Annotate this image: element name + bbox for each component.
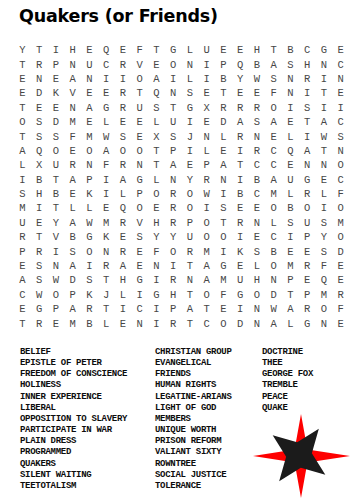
grid-cell: I: [148, 273, 165, 287]
grid-cell: E: [249, 201, 266, 215]
grid-cell: T: [131, 86, 148, 100]
word-list-item: PRISON REFORM: [155, 436, 232, 447]
grid-cell: P: [215, 57, 232, 71]
grid-cell: O: [316, 302, 333, 316]
grid-cell: U: [14, 216, 31, 230]
grid-cell: W: [265, 302, 282, 316]
grid-cell: A: [282, 302, 299, 316]
grid-cell: O: [131, 201, 148, 215]
grid-cell: L: [182, 72, 199, 86]
grid-cell: O: [48, 288, 65, 302]
grid-cell: I: [131, 288, 148, 302]
grid-cell: R: [64, 158, 81, 172]
grid-cell: A: [14, 144, 31, 158]
grid-cell: O: [265, 101, 282, 115]
grid-cell: E: [282, 115, 299, 129]
grid-cell: I: [299, 129, 316, 143]
grid-cell: S: [48, 129, 65, 143]
grid-cell: T: [282, 288, 299, 302]
quaker-star-icon: [251, 412, 352, 499]
grid-cell: C: [265, 144, 282, 158]
grid-cell: H: [299, 57, 316, 71]
grid-cell: E: [198, 115, 215, 129]
grid-cell: R: [232, 101, 249, 115]
grid-cell: S: [265, 72, 282, 86]
grid-cell: E: [332, 43, 349, 57]
grid-cell: E: [98, 201, 115, 215]
grid-cell: I: [14, 173, 31, 187]
grid-cell: S: [14, 187, 31, 201]
grid-cell: H: [165, 288, 182, 302]
grid-cell: T: [198, 302, 215, 316]
grid-cell: N: [316, 158, 333, 172]
grid-cell: I: [332, 101, 349, 115]
word-search-grid: YTIHEQEFTGLUEEHTBCGETRPNUCRVEONIPQBASHNC…: [14, 43, 349, 331]
grid-cell: N: [249, 129, 266, 143]
grid-cell: S: [64, 244, 81, 258]
grid-cell: N: [332, 144, 349, 158]
grid-cell: G: [165, 43, 182, 57]
grid-cell: B: [282, 43, 299, 57]
grid-cell: G: [182, 101, 199, 115]
grid-cell: R: [332, 288, 349, 302]
grid-cell: W: [249, 72, 266, 86]
grid-cell: T: [98, 273, 115, 287]
grid-cell: V: [131, 57, 148, 71]
word-list-item: TOLERANCE: [155, 481, 232, 492]
grid-cell: G: [81, 230, 98, 244]
grid-cell: R: [115, 244, 132, 258]
grid-cell: E: [215, 302, 232, 316]
grid-cell: M: [215, 273, 232, 287]
grid-cell: K: [81, 187, 98, 201]
grid-cell: C: [14, 288, 31, 302]
grid-cell: E: [14, 259, 31, 273]
grid-cell: N: [182, 273, 199, 287]
grid-cell: T: [148, 158, 165, 172]
grid-cell: B: [64, 230, 81, 244]
word-list-item: CHRISTIAN GROUP: [155, 347, 232, 358]
grid-cell: R: [115, 86, 132, 100]
grid-cell: N: [299, 158, 316, 172]
grid-cell: A: [64, 173, 81, 187]
grid-cell: R: [115, 216, 132, 230]
word-list-column-3: DOCTRINETHEEGEORGE FOXTREMBLEPEACEQUAKE: [262, 347, 313, 414]
grid-cell: S: [148, 101, 165, 115]
grid-cell: E: [332, 86, 349, 100]
grid-cell: E: [81, 115, 98, 129]
grid-cell: I: [48, 244, 65, 258]
grid-cell: D: [232, 316, 249, 330]
grid-cell: N: [31, 72, 48, 86]
grid-cell: I: [232, 173, 249, 187]
grid-cell: I: [165, 259, 182, 273]
grid-cell: L: [64, 201, 81, 215]
grid-cell: F: [148, 244, 165, 258]
grid-cell: C: [265, 158, 282, 172]
grid-cell: N: [249, 302, 266, 316]
grid-cell: Y: [148, 230, 165, 244]
word-list-item: SOCIAL JUSTICE: [155, 470, 232, 481]
grid-cell: U: [182, 230, 199, 244]
grid-cell: O: [299, 201, 316, 215]
grid-cell: Y: [316, 230, 333, 244]
grid-cell: M: [282, 259, 299, 273]
grid-cell: T: [182, 259, 199, 273]
grid-cell: E: [14, 72, 31, 86]
grid-cell: N: [64, 57, 81, 71]
grid-cell: F: [332, 302, 349, 316]
grid-cell: M: [265, 187, 282, 201]
grid-cell: P: [165, 144, 182, 158]
grid-cell: P: [299, 230, 316, 244]
grid-cell: R: [81, 302, 98, 316]
grid-cell: S: [299, 101, 316, 115]
grid-cell: T: [316, 86, 333, 100]
grid-cell: R: [198, 173, 215, 187]
grid-cell: T: [215, 216, 232, 230]
grid-cell: Q: [316, 273, 333, 287]
grid-cell: O: [115, 144, 132, 158]
grid-cell: S: [81, 273, 98, 287]
grid-cell: G: [215, 259, 232, 273]
grid-cell: C: [249, 187, 266, 201]
grid-cell: D: [265, 288, 282, 302]
grid-cell: E: [81, 86, 98, 100]
grid-cell: A: [265, 316, 282, 330]
grid-cell: N: [64, 101, 81, 115]
grid-cell: T: [148, 43, 165, 57]
grid-cell: E: [232, 259, 249, 273]
grid-cell: W: [316, 129, 333, 143]
grid-cell: S: [165, 129, 182, 143]
word-list-item: PARTICIPATE IN WAR: [20, 425, 127, 436]
word-list-item: QUAKERS: [20, 459, 127, 470]
grid-cell: S: [282, 216, 299, 230]
grid-cell: O: [14, 115, 31, 129]
grid-cell: C: [332, 57, 349, 71]
grid-cell: E: [232, 201, 249, 215]
grid-cell: S: [332, 129, 349, 143]
grid-cell: L: [198, 144, 215, 158]
grid-cell: U: [282, 173, 299, 187]
grid-cell: S: [316, 244, 333, 258]
grid-cell: A: [215, 158, 232, 172]
grid-cell: K: [48, 86, 65, 100]
grid-cell: R: [115, 158, 132, 172]
grid-cell: E: [265, 129, 282, 143]
grid-cell: F: [316, 259, 333, 273]
word-list-column-2: CHRISTIAN GROUPEVANGELICALFRIENDSHUMAN R…: [155, 347, 232, 492]
word-list-item: TREMBLE: [262, 380, 313, 391]
grid-cell: E: [48, 316, 65, 330]
grid-cell: X: [198, 101, 215, 115]
grid-cell: P: [48, 302, 65, 316]
word-list-item: SILENT WAITING: [20, 470, 127, 481]
grid-cell: R: [232, 216, 249, 230]
grid-cell: C: [299, 43, 316, 57]
grid-cell: S: [316, 216, 333, 230]
worksheet-page: Quakers (or Friends) YTIHEQEFTGLUEEHTBCG…: [0, 0, 353, 500]
grid-cell: N: [332, 72, 349, 86]
grid-cell: S: [31, 115, 48, 129]
grid-cell: L: [249, 259, 266, 273]
grid-cell: E: [131, 244, 148, 258]
grid-cell: A: [265, 57, 282, 71]
grid-cell: A: [316, 115, 333, 129]
grid-cell: P: [48, 57, 65, 71]
grid-cell: R: [14, 230, 31, 244]
grid-cell: I: [115, 72, 132, 86]
grid-cell: E: [64, 144, 81, 158]
grid-cell: E: [131, 129, 148, 143]
grid-cell: M: [198, 244, 215, 258]
grid-cell: N: [165, 173, 182, 187]
grid-cell: F: [265, 86, 282, 100]
grid-cell: T: [14, 57, 31, 71]
word-list-item: HOLINESS: [20, 380, 127, 391]
grid-cell: E: [249, 230, 266, 244]
grid-cell: A: [64, 259, 81, 273]
grid-cell: A: [81, 101, 98, 115]
grid-cell: V: [48, 230, 65, 244]
grid-cell: A: [148, 72, 165, 86]
word-list-item: INNER EXPERIENCE: [20, 392, 127, 403]
grid-cell: Y: [165, 230, 182, 244]
grid-cell: E: [332, 259, 349, 273]
grid-cell: R: [165, 187, 182, 201]
grid-cell: Q: [232, 57, 249, 71]
grid-cell: O: [332, 158, 349, 172]
grid-cell: I: [232, 144, 249, 158]
grid-cell: M: [64, 316, 81, 330]
word-list-item: FRIENDS: [155, 369, 232, 380]
grid-cell: S: [249, 244, 266, 258]
grid-cell: T: [215, 86, 232, 100]
grid-cell: G: [232, 288, 249, 302]
grid-cell: O: [215, 316, 232, 330]
word-list-column-1: BELIEFEPISTLE OF PETERFREEDOM OF CONSCIE…: [20, 347, 127, 492]
grid-cell: O: [198, 216, 215, 230]
grid-cell: I: [215, 187, 232, 201]
grid-cell: Y: [232, 72, 249, 86]
grid-cell: I: [316, 101, 333, 115]
grid-cell: L: [282, 129, 299, 143]
grid-cell: A: [64, 302, 81, 316]
grid-cell: L: [98, 115, 115, 129]
grid-cell: L: [115, 187, 132, 201]
grid-cell: S: [31, 129, 48, 143]
grid-cell: A: [182, 302, 199, 316]
grid-cell: L: [215, 129, 232, 143]
grid-cell: G: [299, 316, 316, 330]
grid-cell: E: [249, 86, 266, 100]
grid-cell: A: [98, 144, 115, 158]
grid-cell: A: [115, 259, 132, 273]
grid-cell: E: [332, 273, 349, 287]
grid-cell: D: [48, 115, 65, 129]
grid-cell: E: [232, 43, 249, 57]
grid-cell: G: [131, 173, 148, 187]
grid-cell: R: [249, 101, 266, 115]
word-list-item: LEGATINE-ARIANS: [155, 392, 232, 403]
grid-cell: N: [282, 86, 299, 100]
grid-cell: T: [14, 129, 31, 143]
grid-cell: Q: [31, 144, 48, 158]
grid-cell: I: [165, 72, 182, 86]
grid-cell: E: [14, 302, 31, 316]
grid-cell: E: [332, 316, 349, 330]
grid-cell: N: [81, 158, 98, 172]
grid-cell: I: [31, 201, 48, 215]
grid-cell: Q: [98, 43, 115, 57]
grid-cell: I: [115, 302, 132, 316]
grid-cell: N: [165, 86, 182, 100]
grid-cell: P: [14, 244, 31, 258]
grid-cell: H: [249, 273, 266, 287]
grid-cell: R: [165, 273, 182, 287]
grid-cell: L: [265, 216, 282, 230]
grid-cell: I: [48, 43, 65, 57]
grid-cell: M: [64, 115, 81, 129]
grid-cell: V: [64, 86, 81, 100]
grid-cell: M: [332, 216, 349, 230]
grid-cell: O: [81, 144, 98, 158]
grid-cell: L: [98, 316, 115, 330]
grid-cell: R: [31, 57, 48, 71]
grid-cell: R: [165, 316, 182, 330]
grid-cell: L: [81, 201, 98, 215]
grid-cell: A: [14, 273, 31, 287]
grid-cell: Y: [14, 43, 31, 57]
grid-cell: B: [282, 201, 299, 215]
grid-cell: B: [265, 244, 282, 258]
grid-cell: G: [131, 273, 148, 287]
grid-cell: O: [215, 230, 232, 244]
grid-cell: E: [232, 86, 249, 100]
grid-cell: S: [115, 129, 132, 143]
grid-cell: K: [81, 288, 98, 302]
grid-cell: O: [198, 288, 215, 302]
grid-cell: B: [232, 187, 249, 201]
page-title: Quakers (or Friends): [19, 6, 218, 26]
grid-cell: R: [299, 259, 316, 273]
grid-cell: N: [282, 72, 299, 86]
word-list-item: OPPOSITION TO SLAVERY: [20, 414, 127, 425]
grid-cell: T: [98, 302, 115, 316]
grid-cell: L: [282, 316, 299, 330]
grid-cell: L: [148, 173, 165, 187]
grid-cell: G: [31, 302, 48, 316]
grid-cell: U: [131, 101, 148, 115]
grid-cell: S: [182, 86, 199, 100]
grid-cell: Q: [115, 201, 132, 215]
grid-cell: J: [98, 288, 115, 302]
grid-cell: L: [282, 187, 299, 201]
grid-cell: C: [249, 158, 266, 172]
grid-cell: E: [31, 216, 48, 230]
grid-cell: N: [148, 259, 165, 273]
grid-cell: T: [14, 101, 31, 115]
grid-cell: D: [332, 244, 349, 258]
grid-cell: B: [81, 316, 98, 330]
word-list-item: GEORGE FOX: [262, 369, 313, 380]
grid-cell: I: [148, 302, 165, 316]
grid-cell: R: [299, 187, 316, 201]
grid-cell: X: [31, 158, 48, 172]
grid-cell: F: [215, 288, 232, 302]
grid-cell: N: [265, 273, 282, 287]
grid-cell: H: [64, 43, 81, 57]
grid-cell: P: [198, 158, 215, 172]
grid-cell: A: [64, 72, 81, 86]
grid-cell: T: [48, 201, 65, 215]
grid-cell: T: [48, 173, 65, 187]
grid-cell: O: [182, 201, 199, 215]
grid-cell: C: [332, 173, 349, 187]
grid-cell: R: [165, 216, 182, 230]
grid-cell: L: [148, 115, 165, 129]
grid-cell: C: [332, 115, 349, 129]
grid-cell: N: [98, 244, 115, 258]
grid-cell: E: [115, 230, 132, 244]
grid-cell: N: [81, 72, 98, 86]
grid-cell: P: [81, 173, 98, 187]
word-list-item: UNIQUE WORTH: [155, 425, 232, 436]
grid-cell: X: [148, 129, 165, 143]
grid-cell: F: [131, 43, 148, 57]
grid-cell: I: [81, 259, 98, 273]
grid-cell: W: [31, 288, 48, 302]
grid-cell: U: [299, 216, 316, 230]
grid-cell: I: [98, 187, 115, 201]
grid-cell: M: [81, 129, 98, 143]
grid-cell: T: [182, 288, 199, 302]
grid-cell: I: [198, 57, 215, 71]
grid-cell: P: [299, 288, 316, 302]
grid-cell: S: [131, 230, 148, 244]
grid-cell: C: [265, 230, 282, 244]
grid-cell: S: [31, 259, 48, 273]
grid-cell: B: [249, 173, 266, 187]
grid-cell: O: [165, 57, 182, 71]
grid-cell: E: [48, 72, 65, 86]
grid-cell: R: [232, 129, 249, 143]
grid-cell: I: [98, 173, 115, 187]
grid-cell: L: [14, 158, 31, 172]
grid-cell: I: [98, 72, 115, 86]
grid-cell: K: [98, 230, 115, 244]
grid-cell: G: [148, 288, 165, 302]
grid-cell: E: [64, 187, 81, 201]
grid-cell: W: [198, 187, 215, 201]
grid-cell: Y: [48, 216, 65, 230]
grid-cell: E: [299, 244, 316, 258]
grid-cell: I: [232, 302, 249, 316]
word-list-item: MEMBERS: [155, 414, 232, 425]
grid-cell: N: [215, 173, 232, 187]
word-list-item: LIGHT OF GOD: [155, 403, 232, 414]
grid-cell: O: [332, 230, 349, 244]
grid-cell: E: [182, 158, 199, 172]
word-list-item: EVANGELICAL: [155, 358, 232, 369]
grid-cell: I: [198, 72, 215, 86]
grid-cell: A: [198, 273, 215, 287]
grid-cell: Y: [182, 173, 199, 187]
grid-cell: E: [14, 86, 31, 100]
grid-cell: T: [148, 144, 165, 158]
grid-cell: E: [148, 201, 165, 215]
